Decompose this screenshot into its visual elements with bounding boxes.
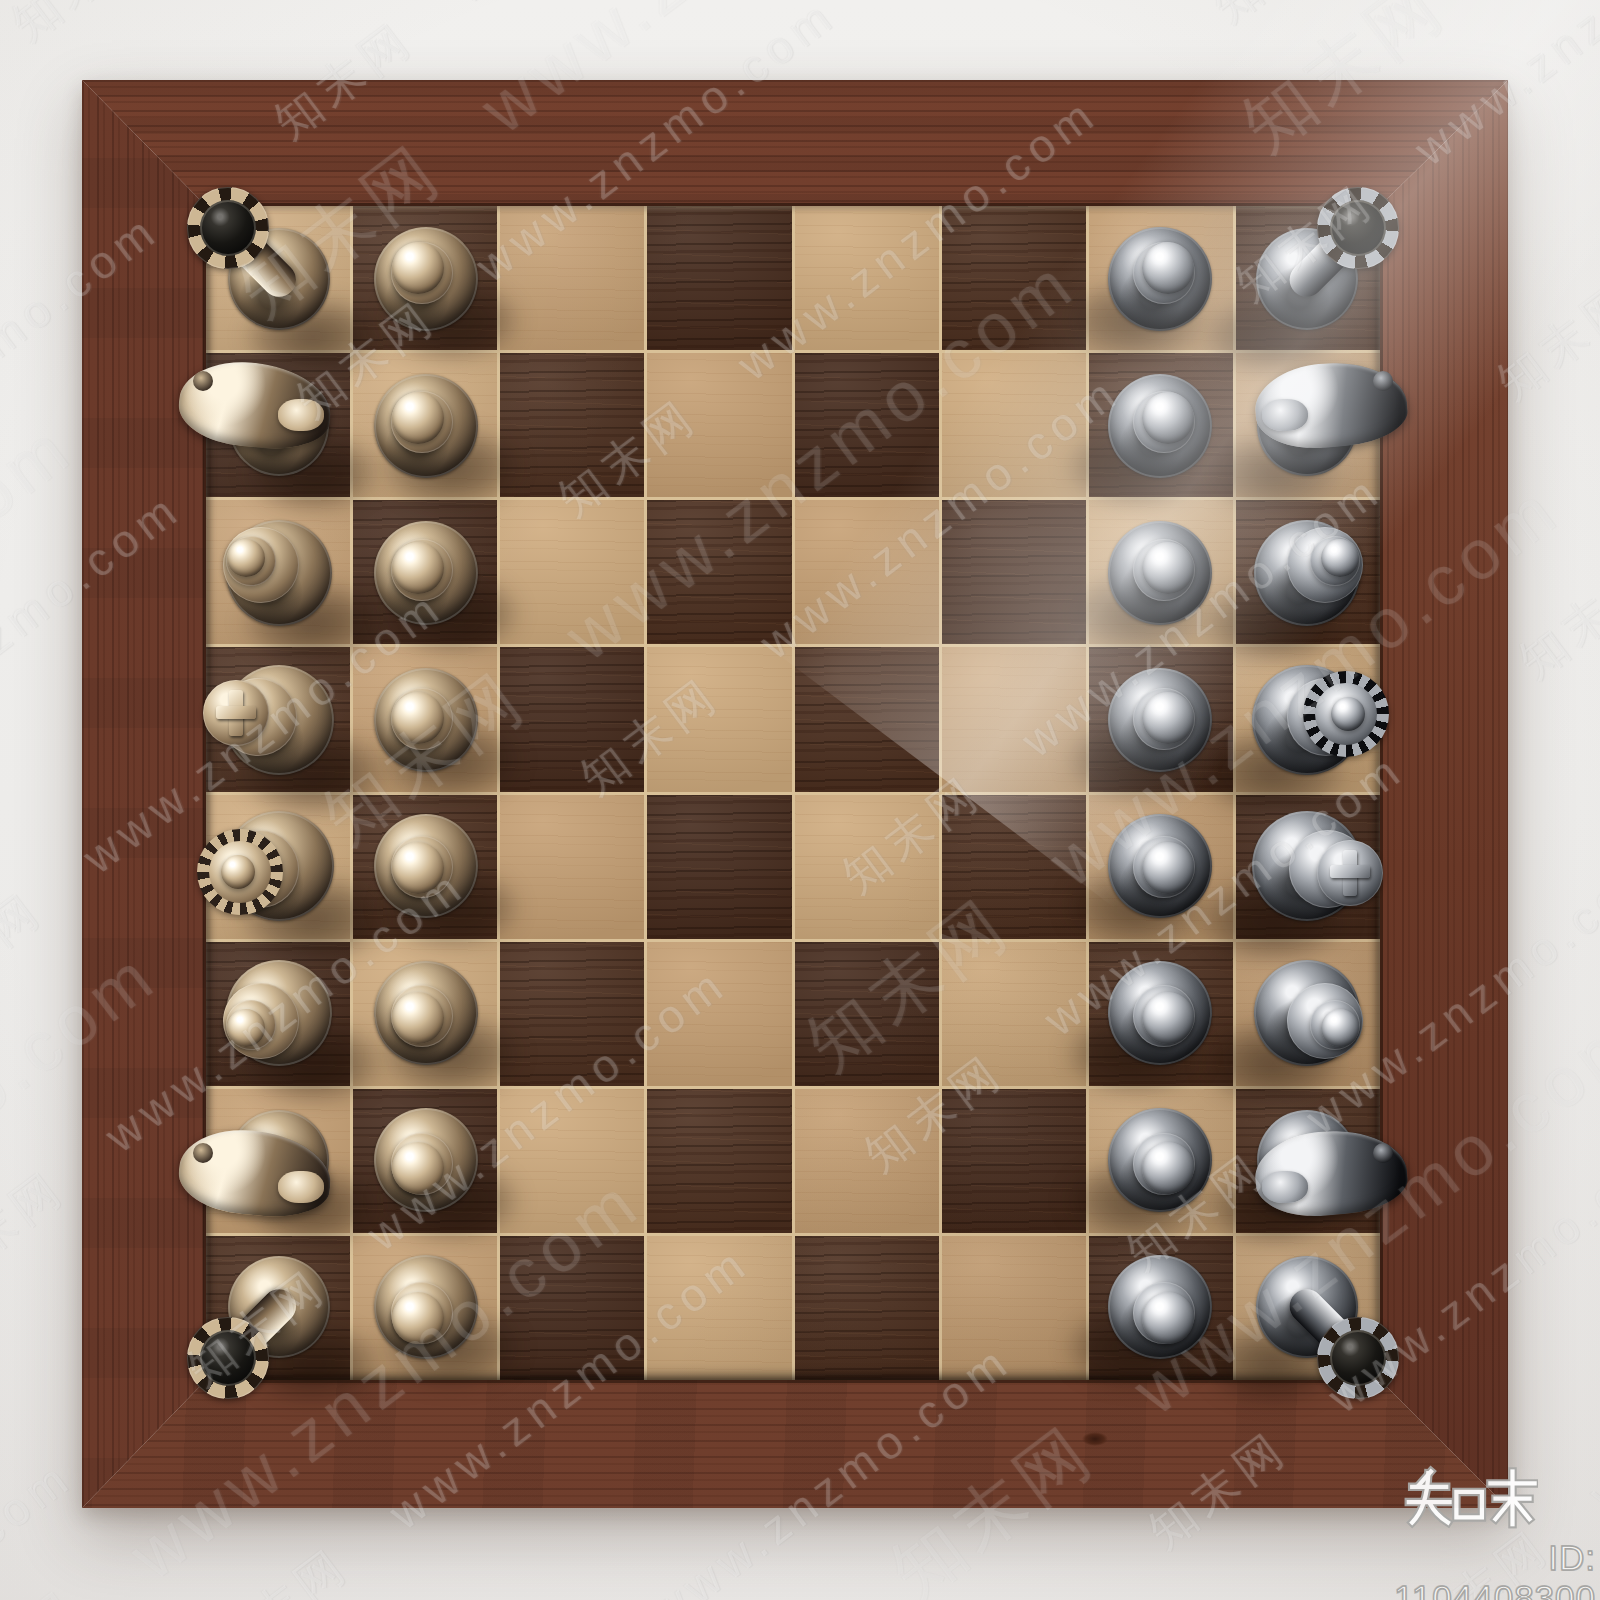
queen-ball xyxy=(221,855,255,889)
pawn-head xyxy=(392,692,444,744)
knight-muzzle xyxy=(278,1171,324,1203)
pawn-head xyxy=(1142,692,1194,744)
pawn-head xyxy=(392,242,444,294)
rook-black-cap xyxy=(1330,1330,1386,1386)
pawn-head xyxy=(1142,392,1194,444)
bishop-ball xyxy=(227,1009,265,1047)
knight-ear xyxy=(193,371,213,391)
pawn-head xyxy=(1142,542,1194,594)
pawn-head xyxy=(392,1142,444,1194)
znzmo-logo-glyphs xyxy=(1402,1462,1538,1532)
pawn-head xyxy=(392,542,444,594)
image-id: ID: 1104408300 xyxy=(1336,1538,1596,1600)
rook-black-cap xyxy=(200,200,256,256)
pieces-layer: ♖♙♟♜♘♙♟♞♗♙♟♝♔♙♟♛♕♙♟♚♗♙♟♝♘♙♟♞♖♙♟♜ xyxy=(82,80,1508,1508)
chess-board: ♖♙♟♜♘♙♟♞♗♙♟♝♔♙♟♛♕♙♟♚♗♙♟♝♘♙♟♞♖♙♟♜ xyxy=(82,80,1508,1508)
pawn-head xyxy=(392,992,444,1044)
pawn-head xyxy=(392,842,444,894)
pawn-head xyxy=(392,1292,444,1344)
scene: ♖♙♟♜♘♙♟♞♗♙♟♝♔♙♟♛♕♙♟♚♗♙♟♝♘♙♟♞♖♙♟♜ 知末网 www… xyxy=(0,0,1600,1600)
knight-ear xyxy=(193,1143,213,1163)
queen-ball xyxy=(1331,697,1365,731)
pawn-head xyxy=(1142,242,1194,294)
rook-black-cap xyxy=(200,1330,256,1386)
pawn-head xyxy=(392,392,444,444)
knight-muzzle xyxy=(278,399,324,431)
king-cross-horizontal xyxy=(216,706,256,719)
bishop-ball xyxy=(1321,1009,1359,1047)
knight-muzzle xyxy=(1262,1171,1308,1203)
rook-black-cap xyxy=(1330,200,1386,256)
knight-muzzle xyxy=(1262,399,1308,431)
znzmo-logo: 知末 xyxy=(1402,1462,1538,1532)
king-cross-horizontal xyxy=(1330,865,1370,878)
